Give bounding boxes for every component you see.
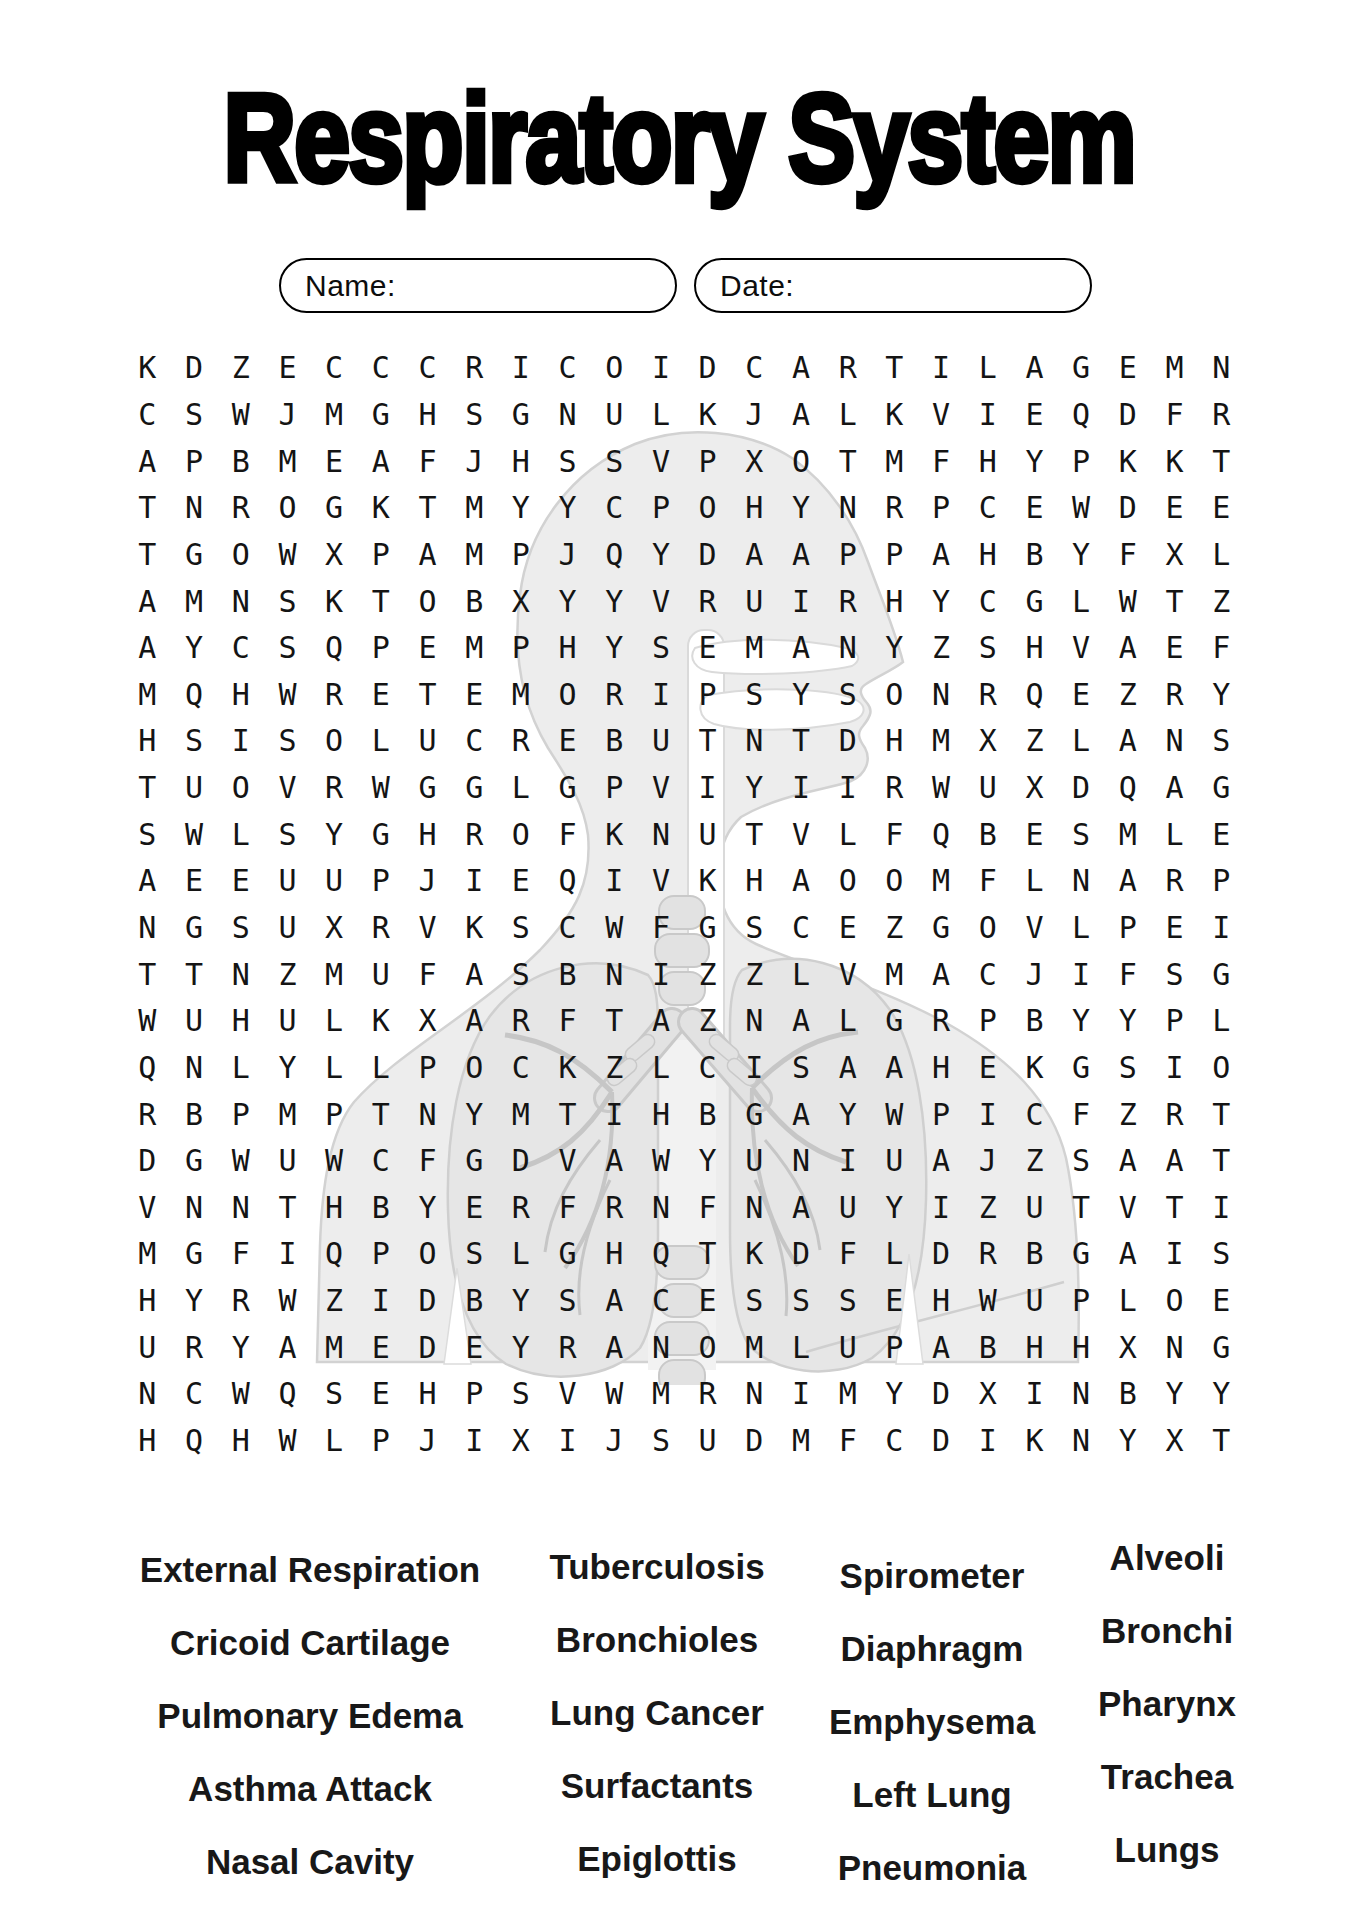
grid-letter-r24c23: X bbox=[1151, 1418, 1198, 1465]
grid-letter-r16c22: S bbox=[1104, 1045, 1151, 1092]
grid-letter-r4c6: K bbox=[357, 485, 404, 532]
grid-letter-r10c17: R bbox=[871, 765, 918, 812]
grid-letter-r22c8: E bbox=[451, 1324, 498, 1371]
grid-letter-r23c1: N bbox=[124, 1371, 171, 1418]
grid-letter-r15c10: F bbox=[544, 998, 591, 1045]
grid-letter-r7c22: A bbox=[1104, 625, 1151, 672]
grid-letter-r24c6: P bbox=[357, 1418, 404, 1465]
grid-letter-r17c19: I bbox=[964, 1091, 1011, 1138]
grid-letter-r13c15: C bbox=[778, 905, 825, 952]
grid-letter-r19c2: N bbox=[171, 1185, 218, 1232]
grid-letter-r6c13: R bbox=[684, 578, 731, 625]
grid-letter-r20c3: F bbox=[217, 1231, 264, 1278]
grid-letter-r20c16: F bbox=[824, 1231, 871, 1278]
grid-letter-r23c10: V bbox=[544, 1371, 591, 1418]
grid-letter-r18c17: U bbox=[871, 1138, 918, 1185]
grid-letter-r2c8: S bbox=[451, 392, 498, 439]
grid-letter-r23c4: Q bbox=[264, 1371, 311, 1418]
grid-letter-r20c6: P bbox=[357, 1231, 404, 1278]
grid-letter-r19c9: R bbox=[498, 1185, 545, 1232]
grid-letter-r18c16: I bbox=[824, 1138, 871, 1185]
grid-letter-r20c12: Q bbox=[638, 1231, 685, 1278]
grid-letter-r14c20: J bbox=[1011, 951, 1058, 998]
grid-letter-r9c6: L bbox=[357, 718, 404, 765]
grid-letter-r23c6: E bbox=[357, 1371, 404, 1418]
grid-letter-r3c5: E bbox=[311, 438, 358, 485]
grid-letter-r8c17: O bbox=[871, 671, 918, 718]
grid-letter-r7c14: M bbox=[731, 625, 778, 672]
grid-letter-r8c18: N bbox=[918, 671, 965, 718]
grid-letter-r10c18: W bbox=[918, 765, 965, 812]
grid-letter-r16c21: G bbox=[1058, 1045, 1105, 1092]
grid-letter-r1c9: I bbox=[498, 345, 545, 392]
grid-letter-r2c3: W bbox=[217, 392, 264, 439]
grid-letter-r11c2: W bbox=[171, 811, 218, 858]
grid-letter-r18c11: A bbox=[591, 1138, 638, 1185]
grid-letter-r3c3: B bbox=[217, 438, 264, 485]
grid-letter-r15c5: L bbox=[311, 998, 358, 1045]
grid-letter-r13c9: S bbox=[498, 905, 545, 952]
grid-letter-r2c14: J bbox=[731, 392, 778, 439]
grid-letter-r11c9: O bbox=[498, 811, 545, 858]
grid-letter-r16c14: I bbox=[731, 1045, 778, 1092]
grid-letter-r11c24: E bbox=[1198, 811, 1245, 858]
grid-letter-r4c9: Y bbox=[498, 485, 545, 532]
grid-letter-r6c7: O bbox=[404, 578, 451, 625]
grid-letter-r23c14: N bbox=[731, 1371, 778, 1418]
date-field: Date: bbox=[694, 258, 1092, 313]
grid-letter-r21c5: Z bbox=[311, 1278, 358, 1325]
grid-letter-r10c4: V bbox=[264, 765, 311, 812]
grid-letter-r2c10: N bbox=[544, 392, 591, 439]
grid-letter-r9c15: T bbox=[778, 718, 825, 765]
word-list-item: Left Lung bbox=[852, 1771, 1011, 1818]
grid-letter-r18c5: W bbox=[311, 1138, 358, 1185]
grid-letter-r22c5: M bbox=[311, 1324, 358, 1371]
grid-letter-r1c14: C bbox=[731, 345, 778, 392]
grid-letter-r9c23: N bbox=[1151, 718, 1198, 765]
grid-letter-r4c10: Y bbox=[544, 485, 591, 532]
grid-letter-r20c8: S bbox=[451, 1231, 498, 1278]
grid-letter-r23c2: C bbox=[171, 1371, 218, 1418]
grid-letter-r12c19: F bbox=[964, 858, 1011, 905]
grid-letter-r17c15: A bbox=[778, 1091, 825, 1138]
grid-letter-r1c23: M bbox=[1151, 345, 1198, 392]
grid-letter-r20c23: I bbox=[1151, 1231, 1198, 1278]
grid-letter-r6c12: V bbox=[638, 578, 685, 625]
grid-letter-r2c17: K bbox=[871, 392, 918, 439]
grid-letter-r16c11: Z bbox=[591, 1045, 638, 1092]
grid-letter-r2c1: C bbox=[124, 392, 171, 439]
grid-letter-r23c22: B bbox=[1104, 1371, 1151, 1418]
grid-letter-r5c15: A bbox=[778, 532, 825, 579]
grid-letter-r3c20: Y bbox=[1011, 438, 1058, 485]
grid-letter-r11c18: Q bbox=[918, 811, 965, 858]
grid-letter-r13c24: I bbox=[1198, 905, 1245, 952]
grid-letter-r13c12: F bbox=[638, 905, 685, 952]
grid-letter-r14c11: N bbox=[591, 951, 638, 998]
grid-letter-r8c6: E bbox=[357, 671, 404, 718]
grid-letter-r8c21: E bbox=[1058, 671, 1105, 718]
grid-letter-r24c18: D bbox=[918, 1418, 965, 1465]
grid-letter-r24c16: F bbox=[824, 1418, 871, 1465]
word-list-item: Tuberculosis bbox=[549, 1543, 764, 1590]
grid-letter-r13c7: V bbox=[404, 905, 451, 952]
grid-letter-r22c6: E bbox=[357, 1324, 404, 1371]
grid-letter-r2c20: E bbox=[1011, 392, 1058, 439]
grid-letter-r23c12: M bbox=[638, 1371, 685, 1418]
grid-letter-r12c21: N bbox=[1058, 858, 1105, 905]
grid-letter-r20c21: G bbox=[1058, 1231, 1105, 1278]
grid-letter-r17c1: R bbox=[124, 1091, 171, 1138]
grid-letter-r1c19: L bbox=[964, 345, 1011, 392]
grid-letter-r3c6: A bbox=[357, 438, 404, 485]
grid-letter-r12c6: P bbox=[357, 858, 404, 905]
grid-letter-r18c21: S bbox=[1058, 1138, 1105, 1185]
grid-letter-r11c19: B bbox=[964, 811, 1011, 858]
grid-letter-r7c7: E bbox=[404, 625, 451, 672]
grid-letter-r3c8: J bbox=[451, 438, 498, 485]
grid-letter-r3c22: K bbox=[1104, 438, 1151, 485]
grid-letter-r7c16: N bbox=[824, 625, 871, 672]
grid-letter-r22c22: X bbox=[1104, 1324, 1151, 1371]
grid-letter-r5c18: A bbox=[918, 532, 965, 579]
grid-letter-r24c10: I bbox=[544, 1418, 591, 1465]
grid-letter-r14c19: C bbox=[964, 951, 1011, 998]
grid-letter-r19c21: T bbox=[1058, 1185, 1105, 1232]
grid-letter-r17c18: P bbox=[918, 1091, 965, 1138]
grid-letter-r21c16: S bbox=[824, 1278, 871, 1325]
grid-letter-r22c17: P bbox=[871, 1324, 918, 1371]
grid-letter-r10c13: I bbox=[684, 765, 731, 812]
grid-letter-r19c13: F bbox=[684, 1185, 731, 1232]
grid-letter-r8c19: R bbox=[964, 671, 1011, 718]
grid-letter-r21c15: S bbox=[778, 1278, 825, 1325]
grid-letter-r11c7: H bbox=[404, 811, 451, 858]
grid-letter-r9c22: A bbox=[1104, 718, 1151, 765]
grid-letter-r7c6: P bbox=[357, 625, 404, 672]
grid-letter-r1c16: R bbox=[824, 345, 871, 392]
grid-letter-r19c4: T bbox=[264, 1185, 311, 1232]
grid-letter-r2c6: G bbox=[357, 392, 404, 439]
grid-letter-r17c10: T bbox=[544, 1091, 591, 1138]
grid-letter-r8c10: O bbox=[544, 671, 591, 718]
grid-letter-r15c11: T bbox=[591, 998, 638, 1045]
grid-letter-r13c10: C bbox=[544, 905, 591, 952]
grid-letter-r22c15: L bbox=[778, 1324, 825, 1371]
grid-letter-r8c9: M bbox=[498, 671, 545, 718]
grid-letter-r15c24: L bbox=[1198, 998, 1245, 1045]
grid-letter-r23c17: Y bbox=[871, 1371, 918, 1418]
grid-letter-r12c10: Q bbox=[544, 858, 591, 905]
word-list-item: Pharynx bbox=[1098, 1680, 1236, 1727]
grid-letter-r7c2: Y bbox=[171, 625, 218, 672]
grid-letter-r21c10: S bbox=[544, 1278, 591, 1325]
grid-letter-r18c15: N bbox=[778, 1138, 825, 1185]
grid-letter-r17c4: M bbox=[264, 1091, 311, 1138]
grid-letter-r14c13: Z bbox=[684, 951, 731, 998]
grid-letter-r14c10: B bbox=[544, 951, 591, 998]
grid-letter-r7c24: F bbox=[1198, 625, 1245, 672]
grid-letter-r6c16: R bbox=[824, 578, 871, 625]
grid-letter-r12c8: I bbox=[451, 858, 498, 905]
grid-letter-r16c3: L bbox=[217, 1045, 264, 1092]
grid-letter-r22c19: B bbox=[964, 1324, 1011, 1371]
grid-letter-r18c14: U bbox=[731, 1138, 778, 1185]
grid-letter-r19c3: N bbox=[217, 1185, 264, 1232]
grid-letter-r7c19: S bbox=[964, 625, 1011, 672]
grid-letter-r11c8: R bbox=[451, 811, 498, 858]
grid-letter-r12c24: P bbox=[1198, 858, 1245, 905]
grid-letter-r5c20: B bbox=[1011, 532, 1058, 579]
grid-letter-r17c7: N bbox=[404, 1091, 451, 1138]
grid-letter-r7c5: Q bbox=[311, 625, 358, 672]
grid-letter-r24c7: J bbox=[404, 1418, 451, 1465]
grid-letter-r19c17: Y bbox=[871, 1185, 918, 1232]
grid-letter-r1c5: C bbox=[311, 345, 358, 392]
grid-letter-r22c12: N bbox=[638, 1324, 685, 1371]
grid-letter-r14c23: S bbox=[1151, 951, 1198, 998]
grid-letter-r7c8: M bbox=[451, 625, 498, 672]
grid-letter-r21c19: W bbox=[964, 1278, 1011, 1325]
grid-letter-r8c3: H bbox=[217, 671, 264, 718]
word-list-item: Epiglottis bbox=[577, 1835, 736, 1882]
grid-letter-r10c2: U bbox=[171, 765, 218, 812]
grid-letter-r17c17: W bbox=[871, 1091, 918, 1138]
grid-letter-r3c16: T bbox=[824, 438, 871, 485]
grid-letter-r4c8: M bbox=[451, 485, 498, 532]
grid-letter-r21c13: E bbox=[684, 1278, 731, 1325]
grid-letter-r4c1: T bbox=[124, 485, 171, 532]
grid-letter-r12c23: R bbox=[1151, 858, 1198, 905]
grid-letter-r11c10: F bbox=[544, 811, 591, 858]
grid-letter-r21c21: P bbox=[1058, 1278, 1105, 1325]
grid-letter-r22c3: Y bbox=[217, 1324, 264, 1371]
grid-letter-r9c24: S bbox=[1198, 718, 1245, 765]
grid-letter-r5c2: G bbox=[171, 532, 218, 579]
grid-letter-r2c15: A bbox=[778, 392, 825, 439]
grid-letter-r20c22: A bbox=[1104, 1231, 1151, 1278]
grid-letter-r4c14: H bbox=[731, 485, 778, 532]
grid-letter-r5c7: A bbox=[404, 532, 451, 579]
grid-letter-r20c2: G bbox=[171, 1231, 218, 1278]
grid-letter-r21c22: L bbox=[1104, 1278, 1151, 1325]
grid-letter-r1c18: I bbox=[918, 345, 965, 392]
grid-letter-r4c3: R bbox=[217, 485, 264, 532]
grid-letter-r15c21: Y bbox=[1058, 998, 1105, 1045]
grid-letter-r7c12: S bbox=[638, 625, 685, 672]
word-list-item: Lungs bbox=[1115, 1826, 1220, 1873]
grid-letter-r10c11: P bbox=[591, 765, 638, 812]
grid-letter-r2c21: Q bbox=[1058, 392, 1105, 439]
grid-letter-r9c11: B bbox=[591, 718, 638, 765]
grid-letter-r4c12: P bbox=[638, 485, 685, 532]
grid-letter-r11c6: G bbox=[357, 811, 404, 858]
grid-letter-r19c11: R bbox=[591, 1185, 638, 1232]
grid-letter-r12c12: V bbox=[638, 858, 685, 905]
grid-letter-r10c9: L bbox=[498, 765, 545, 812]
grid-letter-r10c22: Q bbox=[1104, 765, 1151, 812]
grid-letter-r1c22: E bbox=[1104, 345, 1151, 392]
grid-letter-r18c1: D bbox=[124, 1138, 171, 1185]
grid-letter-r15c14: N bbox=[731, 998, 778, 1045]
grid-letter-r19c6: B bbox=[357, 1185, 404, 1232]
grid-letter-r4c7: T bbox=[404, 485, 451, 532]
grid-letter-r3c23: K bbox=[1151, 438, 1198, 485]
grid-letter-r11c15: V bbox=[778, 811, 825, 858]
grid-letter-r17c13: B bbox=[684, 1091, 731, 1138]
grid-letter-r6c1: A bbox=[124, 578, 171, 625]
grid-letter-r7c4: S bbox=[264, 625, 311, 672]
grid-letter-r19c24: I bbox=[1198, 1185, 1245, 1232]
grid-letter-r14c7: F bbox=[404, 951, 451, 998]
grid-letter-r20c17: L bbox=[871, 1231, 918, 1278]
grid-letter-r24c19: I bbox=[964, 1418, 1011, 1465]
grid-letter-r6c8: B bbox=[451, 578, 498, 625]
grid-letter-r2c18: V bbox=[918, 392, 965, 439]
grid-letter-r21c8: B bbox=[451, 1278, 498, 1325]
grid-letter-r6c3: N bbox=[217, 578, 264, 625]
grid-letter-r20c5: Q bbox=[311, 1231, 358, 1278]
grid-letter-r24c22: Y bbox=[1104, 1418, 1151, 1465]
grid-letter-r4c20: E bbox=[1011, 485, 1058, 532]
grid-letter-r16c5: L bbox=[311, 1045, 358, 1092]
grid-letter-r2c23: F bbox=[1151, 392, 1198, 439]
grid-letter-r5c14: A bbox=[731, 532, 778, 579]
grid-letter-r14c8: A bbox=[451, 951, 498, 998]
grid-letter-r5c3: O bbox=[217, 532, 264, 579]
grid-letter-r19c23: T bbox=[1151, 1185, 1198, 1232]
grid-letter-r6c14: U bbox=[731, 578, 778, 625]
worksheet-page: { "game": "word-search", "title": "Respi… bbox=[0, 0, 1358, 1920]
word-list-item: Diaphragm bbox=[841, 1625, 1024, 1672]
grid-letter-r21c12: C bbox=[638, 1278, 685, 1325]
grid-letter-r12c14: H bbox=[731, 858, 778, 905]
grid-letter-r22c13: O bbox=[684, 1324, 731, 1371]
grid-letter-r1c20: A bbox=[1011, 345, 1058, 392]
grid-letter-r16c24: O bbox=[1198, 1045, 1245, 1092]
grid-letter-r2c5: M bbox=[311, 392, 358, 439]
grid-letter-r15c2: U bbox=[171, 998, 218, 1045]
grid-letter-r20c11: H bbox=[591, 1231, 638, 1278]
grid-letter-r14c21: I bbox=[1058, 951, 1105, 998]
grid-letter-r13c23: E bbox=[1151, 905, 1198, 952]
grid-letter-r9c1: H bbox=[124, 718, 171, 765]
grid-letter-r1c17: T bbox=[871, 345, 918, 392]
grid-letter-r11c13: U bbox=[684, 811, 731, 858]
grid-letter-r15c13: Z bbox=[684, 998, 731, 1045]
grid-letter-r24c14: D bbox=[731, 1418, 778, 1465]
grid-letter-r1c4: E bbox=[264, 345, 311, 392]
grid-letter-r20c24: S bbox=[1198, 1231, 1245, 1278]
grid-letter-r18c8: G bbox=[451, 1138, 498, 1185]
grid-letter-r15c16: L bbox=[824, 998, 871, 1045]
date-blank[interactable] bbox=[794, 260, 1080, 311]
grid-letter-r17c12: H bbox=[638, 1091, 685, 1138]
grid-letter-r16c6: L bbox=[357, 1045, 404, 1092]
grid-letter-r20c15: D bbox=[778, 1231, 825, 1278]
grid-letter-r2c19: I bbox=[964, 392, 1011, 439]
grid-letter-r24c8: I bbox=[451, 1418, 498, 1465]
grid-letter-r6c23: T bbox=[1151, 578, 1198, 625]
grid-letter-r4c13: O bbox=[684, 485, 731, 532]
grid-letter-r7c1: A bbox=[124, 625, 171, 672]
grid-letter-r7c11: Y bbox=[591, 625, 638, 672]
grid-letter-r17c23: R bbox=[1151, 1091, 1198, 1138]
grid-letter-r14c4: Z bbox=[264, 951, 311, 998]
grid-letter-r12c11: I bbox=[591, 858, 638, 905]
grid-letter-r13c20: V bbox=[1011, 905, 1058, 952]
grid-letter-r9c16: D bbox=[824, 718, 871, 765]
grid-letter-r19c19: Z bbox=[964, 1185, 1011, 1232]
grid-letter-r21c9: Y bbox=[498, 1278, 545, 1325]
grid-letter-r17c14: G bbox=[731, 1091, 778, 1138]
grid-letter-r8c7: T bbox=[404, 671, 451, 718]
grid-letter-r8c22: Z bbox=[1104, 671, 1151, 718]
name-blank[interactable] bbox=[396, 260, 665, 311]
grid-letter-r19c16: U bbox=[824, 1185, 871, 1232]
grid-letter-r10c21: D bbox=[1058, 765, 1105, 812]
grid-letter-r3c18: F bbox=[918, 438, 965, 485]
grid-letter-r18c22: A bbox=[1104, 1138, 1151, 1185]
grid-letter-r24c21: N bbox=[1058, 1418, 1105, 1465]
grid-letter-r16c15: S bbox=[778, 1045, 825, 1092]
grid-letter-r16c9: C bbox=[498, 1045, 545, 1092]
grid-letter-r7c17: Y bbox=[871, 625, 918, 672]
grid-letter-r8c13: P bbox=[684, 671, 731, 718]
grid-letter-r21c24: E bbox=[1198, 1278, 1245, 1325]
word-list-item: Alveoli bbox=[1110, 1534, 1225, 1581]
word-list-column-4: AlveoliBronchiPharynxTracheaLungs bbox=[1098, 1534, 1236, 1873]
grid-letter-r24c20: K bbox=[1011, 1418, 1058, 1465]
grid-letter-r16c23: I bbox=[1151, 1045, 1198, 1092]
grid-letter-r15c23: P bbox=[1151, 998, 1198, 1045]
grid-letter-r15c22: Y bbox=[1104, 998, 1151, 1045]
grid-letter-r11c23: L bbox=[1151, 811, 1198, 858]
grid-letter-r13c11: W bbox=[591, 905, 638, 952]
grid-letter-r24c15: M bbox=[778, 1418, 825, 1465]
grid-letter-r3c1: A bbox=[124, 438, 171, 485]
grid-letter-r22c21: H bbox=[1058, 1324, 1105, 1371]
grid-letter-r14c15: L bbox=[778, 951, 825, 998]
grid-letter-r15c7: X bbox=[404, 998, 451, 1045]
grid-letter-r1c7: C bbox=[404, 345, 451, 392]
grid-letter-r23c23: Y bbox=[1151, 1371, 1198, 1418]
grid-letter-r21c1: H bbox=[124, 1278, 171, 1325]
grid-letter-r23c16: M bbox=[824, 1371, 871, 1418]
grid-letter-r10c1: T bbox=[124, 765, 171, 812]
grid-letter-r16c13: C bbox=[684, 1045, 731, 1092]
grid-letter-r18c6: C bbox=[357, 1138, 404, 1185]
grid-letter-r22c18: A bbox=[918, 1324, 965, 1371]
grid-letter-r2c22: D bbox=[1104, 392, 1151, 439]
grid-letter-r6c6: T bbox=[357, 578, 404, 625]
grid-letter-r18c19: J bbox=[964, 1138, 1011, 1185]
grid-letter-r14c6: U bbox=[357, 951, 404, 998]
grid-letter-r16c8: O bbox=[451, 1045, 498, 1092]
grid-letter-r7c15: A bbox=[778, 625, 825, 672]
word-list-column-2: TuberculosisBronchiolesLung CancerSurfac… bbox=[549, 1543, 764, 1882]
grid-letter-r3c9: H bbox=[498, 438, 545, 485]
grid-letter-r7c10: H bbox=[544, 625, 591, 672]
grid-letter-r24c9: X bbox=[498, 1418, 545, 1465]
grid-letter-r8c8: E bbox=[451, 671, 498, 718]
grid-letter-r16c19: E bbox=[964, 1045, 1011, 1092]
grid-letter-r11c12: N bbox=[638, 811, 685, 858]
grid-letter-r20c19: R bbox=[964, 1231, 1011, 1278]
grid-letter-r20c14: K bbox=[731, 1231, 778, 1278]
grid-letter-r11c21: S bbox=[1058, 811, 1105, 858]
